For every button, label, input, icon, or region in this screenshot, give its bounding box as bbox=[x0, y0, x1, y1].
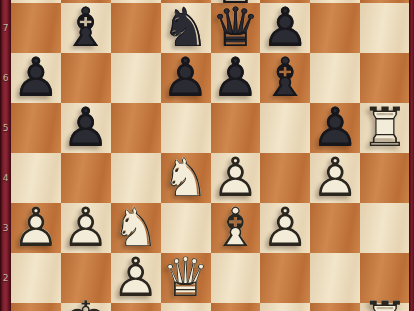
square-a1[interactable] bbox=[11, 303, 61, 311]
board-right-rail bbox=[409, 0, 414, 311]
rank-label-4: 4 bbox=[0, 173, 11, 183]
piece-glyph-outline: ♙ bbox=[61, 103, 111, 153]
black-pawn-b5[interactable]: ♟♙ bbox=[61, 103, 111, 153]
white-pawn-g4[interactable]: ♟♙ bbox=[310, 153, 360, 203]
piece-glyph-outline: ♗ bbox=[260, 53, 310, 103]
square-h4[interactable] bbox=[360, 153, 410, 203]
square-c5[interactable] bbox=[111, 103, 161, 153]
white-pawn-c2[interactable]: ♟♙ bbox=[111, 253, 161, 303]
piece-glyph-outline: ♗ bbox=[211, 203, 261, 253]
piece-glyph-outline: ♙ bbox=[260, 203, 310, 253]
white-rook-h5[interactable]: ♜♖ bbox=[360, 103, 410, 153]
board-left-rail bbox=[0, 0, 11, 311]
white-pawn-f3[interactable]: ♟♙ bbox=[260, 203, 310, 253]
square-g7[interactable] bbox=[310, 3, 360, 53]
square-f2[interactable] bbox=[260, 253, 310, 303]
white-bishop-e3[interactable]: ♝♗ bbox=[211, 203, 261, 253]
piece-glyph-outline: ♔ bbox=[61, 297, 111, 311]
white-rook-h1[interactable]: ♜♖ bbox=[360, 297, 410, 311]
rank-label-6: 6 bbox=[0, 73, 11, 83]
square-e2[interactable] bbox=[211, 253, 261, 303]
piece-glyph-outline: ♖ bbox=[360, 103, 410, 153]
white-pawn-a3[interactable]: ♟♙ bbox=[11, 203, 61, 253]
white-king-b1[interactable]: ♚♔ bbox=[61, 297, 111, 311]
square-a5[interactable] bbox=[11, 103, 61, 153]
piece-glyph-outline: ♙ bbox=[211, 53, 261, 103]
white-queen-d2[interactable]: ♛♕ bbox=[161, 253, 211, 303]
piece-glyph-outline: ♙ bbox=[111, 253, 161, 303]
white-pawn-b3[interactable]: ♟♙ bbox=[61, 203, 111, 253]
white-knight-d4[interactable]: ♞♘ bbox=[161, 153, 211, 203]
piece-glyph-outline: ♙ bbox=[11, 53, 61, 103]
square-e1[interactable] bbox=[211, 303, 261, 311]
square-g3[interactable] bbox=[310, 203, 360, 253]
rank-label-3: 3 bbox=[0, 223, 11, 233]
square-g1[interactable] bbox=[310, 303, 360, 311]
piece-glyph-outline: ♙ bbox=[61, 203, 111, 253]
square-g2[interactable] bbox=[310, 253, 360, 303]
rank-label-5: 5 bbox=[0, 123, 11, 133]
rank-label-2: 2 bbox=[0, 273, 11, 283]
chess-board: 765432♚♔♝♗♞♘♛♕♟♙♟♙♟♙♟♙♝♗♟♙♟♙♜♖♞♘♟♙♟♙♟♙♟♙… bbox=[0, 0, 414, 311]
black-bishop-b7[interactable]: ♝♗ bbox=[61, 3, 111, 53]
square-c6[interactable] bbox=[111, 53, 161, 103]
square-f5[interactable] bbox=[260, 103, 310, 153]
piece-glyph-outline: ♗ bbox=[61, 3, 111, 53]
piece-glyph-outline: ♙ bbox=[11, 203, 61, 253]
piece-glyph-outline: ♙ bbox=[161, 53, 211, 103]
rank-label-7: 7 bbox=[0, 23, 11, 33]
piece-glyph-outline: ♖ bbox=[360, 297, 410, 311]
square-a2[interactable] bbox=[11, 253, 61, 303]
square-h3[interactable] bbox=[360, 203, 410, 253]
piece-glyph-outline: ♙ bbox=[310, 153, 360, 203]
black-pawn-e6[interactable]: ♟♙ bbox=[211, 53, 261, 103]
piece-glyph-outline: ♘ bbox=[161, 153, 211, 203]
piece-glyph-outline: ♕ bbox=[161, 253, 211, 303]
square-c7[interactable] bbox=[111, 3, 161, 53]
square-h7[interactable] bbox=[360, 3, 410, 53]
black-pawn-d6[interactable]: ♟♙ bbox=[161, 53, 211, 103]
black-bishop-f6[interactable]: ♝♗ bbox=[260, 53, 310, 103]
square-f1[interactable] bbox=[260, 303, 310, 311]
black-pawn-a6[interactable]: ♟♙ bbox=[11, 53, 61, 103]
